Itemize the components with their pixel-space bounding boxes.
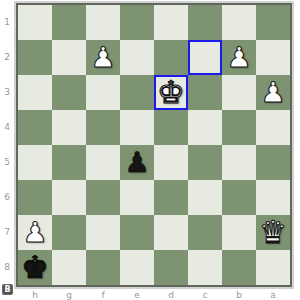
file-label-f: f [86,290,120,300]
square-b6[interactable] [222,180,256,215]
square-h7[interactable]: ♟ [18,215,52,250]
square-c5[interactable] [188,145,222,180]
square-g2[interactable] [52,40,86,75]
square-h2[interactable] [18,40,52,75]
square-d6[interactable] [154,180,188,215]
square-f1[interactable] [86,5,120,40]
square-d5[interactable] [154,145,188,180]
square-f3[interactable] [86,75,120,110]
square-a4[interactable] [256,110,290,145]
rank-label-8: 8 [0,250,14,285]
square-c7[interactable] [188,215,222,250]
rank-label-1: 1 [0,5,14,40]
piece-black-king[interactable]: ♚ [21,252,49,283]
square-f7[interactable] [86,215,120,250]
square-g8[interactable] [52,250,86,285]
piece-white-pawn[interactable]: ♟ [260,79,285,107]
square-e6[interactable] [120,180,154,215]
square-d2[interactable] [154,40,188,75]
square-a7[interactable]: ♛ [256,215,290,250]
square-a8[interactable] [256,250,290,285]
square-h8[interactable]: ♚ [18,250,52,285]
square-g1[interactable] [52,5,86,40]
square-b8[interactable] [222,250,256,285]
piece-white-king[interactable]: ♚ [157,77,185,108]
square-a2[interactable] [256,40,290,75]
square-d1[interactable] [154,5,188,40]
square-h3[interactable] [18,75,52,110]
square-h4[interactable] [18,110,52,145]
file-label-c: c [188,290,222,300]
square-e7[interactable] [120,215,154,250]
file-label-h: h [18,290,52,300]
piece-black-pawn[interactable]: ♟ [124,149,149,177]
piece-white-pawn[interactable]: ♟ [90,44,115,72]
square-b4[interactable] [222,110,256,145]
square-g3[interactable] [52,75,86,110]
file-label-b: b [222,290,256,300]
square-e2[interactable] [120,40,154,75]
square-e8[interactable] [120,250,154,285]
square-f6[interactable] [86,180,120,215]
square-h5[interactable] [18,145,52,180]
rank-label-7: 7 [0,215,14,250]
square-c2[interactable] [188,40,222,75]
rank-label-6: 6 [0,180,14,215]
square-e4[interactable] [120,110,154,145]
square-d4[interactable] [154,110,188,145]
square-g4[interactable] [52,110,86,145]
square-h1[interactable] [18,5,52,40]
rank-label-5: 5 [0,145,14,180]
square-h6[interactable] [18,180,52,215]
square-a1[interactable] [256,5,290,40]
square-a3[interactable]: ♟ [256,75,290,110]
square-g7[interactable] [52,215,86,250]
square-a6[interactable] [256,180,290,215]
chess-board-frame: ♟♟♚♟♟♟♛♚ [16,3,292,287]
chess-board: ♟♟♚♟♟♟♛♚ [18,5,290,285]
square-b1[interactable] [222,5,256,40]
square-b5[interactable] [222,145,256,180]
square-f5[interactable] [86,145,120,180]
square-d8[interactable] [154,250,188,285]
square-g6[interactable] [52,180,86,215]
square-d3[interactable]: ♚ [154,75,188,110]
square-f4[interactable] [86,110,120,145]
rank-label-2: 2 [0,40,14,75]
square-c8[interactable] [188,250,222,285]
square-a5[interactable] [256,145,290,180]
square-b3[interactable] [222,75,256,110]
square-e1[interactable] [120,5,154,40]
square-c6[interactable] [188,180,222,215]
square-f2[interactable]: ♟ [86,40,120,75]
square-e5[interactable]: ♟ [120,145,154,180]
piece-white-pawn[interactable]: ♟ [22,219,47,247]
side-to-move-badge: B [2,284,13,295]
file-label-g: g [52,290,86,300]
square-b2[interactable]: ♟ [222,40,256,75]
piece-white-queen[interactable]: ♛ [259,217,287,248]
square-c1[interactable] [188,5,222,40]
file-label-e: e [120,290,154,300]
piece-white-pawn[interactable]: ♟ [226,44,251,72]
square-c3[interactable] [188,75,222,110]
file-labels: hgfedcba [18,290,290,300]
square-g5[interactable] [52,145,86,180]
rank-labels: 12345678 [0,5,14,285]
rank-label-4: 4 [0,110,14,145]
file-label-d: d [154,290,188,300]
file-label-a: a [256,290,290,300]
square-b7[interactable] [222,215,256,250]
square-e3[interactable] [120,75,154,110]
square-f8[interactable] [86,250,120,285]
square-c4[interactable] [188,110,222,145]
rank-label-3: 3 [0,75,14,110]
square-d7[interactable] [154,215,188,250]
